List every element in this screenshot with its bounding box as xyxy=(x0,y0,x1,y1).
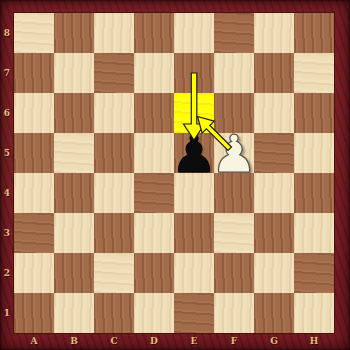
square-g8[interactable] xyxy=(254,13,294,53)
square-g5[interactable] xyxy=(254,133,294,173)
rank-label-1: 1 xyxy=(0,293,14,333)
square-c8[interactable] xyxy=(94,13,134,53)
file-label-e: E xyxy=(174,333,214,350)
square-h3[interactable] xyxy=(294,213,334,253)
chess-board-frame: 87654321 ABCDEFGH ♟♟ xyxy=(0,0,350,350)
square-h7[interactable] xyxy=(294,53,334,93)
file-label-d: D xyxy=(134,333,174,350)
square-c7[interactable] xyxy=(94,53,134,93)
file-labels: ABCDEFGH xyxy=(14,333,334,350)
square-c5[interactable] xyxy=(94,133,134,173)
square-g6[interactable] xyxy=(254,93,294,133)
square-a1[interactable] xyxy=(14,293,54,333)
square-c3[interactable] xyxy=(94,213,134,253)
square-f7[interactable] xyxy=(214,53,254,93)
rank-label-3: 3 xyxy=(0,213,14,253)
square-f5[interactable]: ♟ xyxy=(214,133,254,173)
square-a8[interactable] xyxy=(14,13,54,53)
square-h6[interactable] xyxy=(294,93,334,133)
file-label-g: G xyxy=(254,333,294,350)
square-a6[interactable] xyxy=(14,93,54,133)
file-label-b: B xyxy=(54,333,94,350)
square-b6[interactable] xyxy=(54,93,94,133)
square-b5[interactable] xyxy=(54,133,94,173)
square-e1[interactable] xyxy=(174,293,214,333)
square-h2[interactable] xyxy=(294,253,334,293)
white-pawn[interactable]: ♟ xyxy=(214,134,254,174)
square-e5[interactable]: ♟ xyxy=(174,133,214,173)
square-d8[interactable] xyxy=(134,13,174,53)
rank-label-6: 6 xyxy=(0,93,14,133)
square-f4[interactable] xyxy=(214,173,254,213)
square-e7[interactable] xyxy=(174,53,214,93)
square-c4[interactable] xyxy=(94,173,134,213)
square-f2[interactable] xyxy=(214,253,254,293)
square-d3[interactable] xyxy=(134,213,174,253)
square-b1[interactable] xyxy=(54,293,94,333)
square-f8[interactable] xyxy=(214,13,254,53)
square-f3[interactable] xyxy=(214,213,254,253)
square-e4[interactable] xyxy=(174,173,214,213)
square-e8[interactable] xyxy=(174,13,214,53)
rank-label-7: 7 xyxy=(0,53,14,93)
square-a2[interactable] xyxy=(14,253,54,293)
file-label-h: H xyxy=(294,333,334,350)
square-d4[interactable] xyxy=(134,173,174,213)
square-a5[interactable] xyxy=(14,133,54,173)
square-b4[interactable] xyxy=(54,173,94,213)
black-pawn[interactable]: ♟ xyxy=(174,134,214,174)
square-c6[interactable] xyxy=(94,93,134,133)
square-h8[interactable] xyxy=(294,13,334,53)
square-h4[interactable] xyxy=(294,173,334,213)
square-d5[interactable] xyxy=(134,133,174,173)
square-h5[interactable] xyxy=(294,133,334,173)
file-label-c: C xyxy=(94,333,134,350)
square-e3[interactable] xyxy=(174,213,214,253)
square-g7[interactable] xyxy=(254,53,294,93)
file-label-f: F xyxy=(214,333,254,350)
rank-labels: 87654321 xyxy=(0,13,14,333)
square-b7[interactable] xyxy=(54,53,94,93)
rank-label-8: 8 xyxy=(0,13,14,53)
square-d2[interactable] xyxy=(134,253,174,293)
square-c1[interactable] xyxy=(94,293,134,333)
square-b8[interactable] xyxy=(54,13,94,53)
square-g2[interactable] xyxy=(254,253,294,293)
square-b3[interactable] xyxy=(54,213,94,253)
square-f1[interactable] xyxy=(214,293,254,333)
file-label-a: A xyxy=(14,333,54,350)
rank-label-4: 4 xyxy=(0,173,14,213)
square-g4[interactable] xyxy=(254,173,294,213)
square-a3[interactable] xyxy=(14,213,54,253)
square-b2[interactable] xyxy=(54,253,94,293)
square-d7[interactable] xyxy=(134,53,174,93)
square-a4[interactable] xyxy=(14,173,54,213)
square-e2[interactable] xyxy=(174,253,214,293)
chess-board: ♟♟ xyxy=(14,13,334,333)
rank-label-2: 2 xyxy=(0,253,14,293)
square-g3[interactable] xyxy=(254,213,294,253)
rank-label-5: 5 xyxy=(0,133,14,173)
square-c2[interactable] xyxy=(94,253,134,293)
square-d1[interactable] xyxy=(134,293,174,333)
square-a7[interactable] xyxy=(14,53,54,93)
square-d6[interactable] xyxy=(134,93,174,133)
square-g1[interactable] xyxy=(254,293,294,333)
square-h1[interactable] xyxy=(294,293,334,333)
